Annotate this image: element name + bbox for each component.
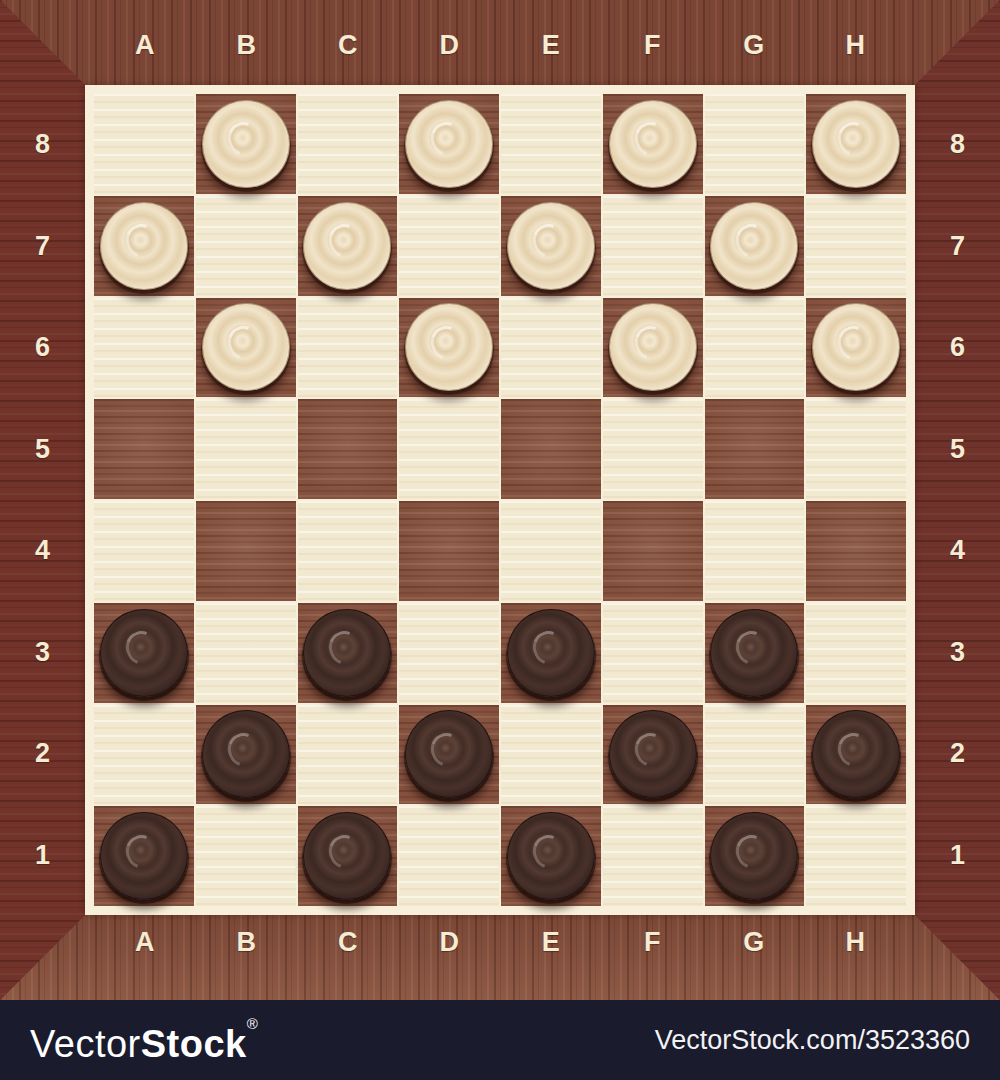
square-e8[interactable] [501, 94, 601, 194]
square-f8[interactable] [603, 94, 703, 194]
square-f5[interactable] [603, 399, 703, 499]
square-b5[interactable] [196, 399, 296, 499]
square-h4[interactable] [806, 501, 906, 601]
square-d8[interactable] [399, 94, 499, 194]
black-checker-f2[interactable] [609, 710, 697, 798]
square-c5[interactable] [298, 399, 398, 499]
square-e4[interactable] [501, 501, 601, 601]
file-label-top-c: C [297, 30, 399, 61]
board-grid [94, 94, 906, 906]
square-a2[interactable] [94, 705, 194, 805]
logo-suffix: Stock [141, 1023, 247, 1065]
square-g3[interactable] [705, 603, 805, 703]
white-checker-g7[interactable] [710, 202, 798, 290]
black-checker-a3[interactable] [100, 609, 188, 697]
square-a4[interactable] [94, 501, 194, 601]
square-e5[interactable] [501, 399, 601, 499]
square-a3[interactable] [94, 603, 194, 703]
rank-label-left-3: 3 [0, 602, 85, 704]
rank-label-right-4: 4 [915, 500, 1000, 602]
square-h3[interactable] [806, 603, 906, 703]
square-e7[interactable] [501, 196, 601, 296]
rank-label-right-8: 8 [915, 94, 1000, 196]
black-checker-b2[interactable] [202, 710, 290, 798]
watermark-bar: VectorStock® VectorStock.com/3523360 [0, 1000, 1000, 1080]
square-a7[interactable] [94, 196, 194, 296]
white-checker-a7[interactable] [100, 202, 188, 290]
board-border [85, 85, 915, 915]
rank-label-left-1: 1 [0, 805, 85, 907]
file-label-bottom-h: H [805, 927, 907, 958]
file-labels-top: ABCDEFGH [94, 30, 906, 61]
file-label-bottom-g: G [703, 927, 805, 958]
file-label-bottom-d: D [399, 927, 501, 958]
white-checker-h8[interactable] [812, 100, 900, 188]
square-b8[interactable] [196, 94, 296, 194]
square-g4[interactable] [705, 501, 805, 601]
square-c8[interactable] [298, 94, 398, 194]
black-checker-c3[interactable] [303, 609, 391, 697]
square-a5[interactable] [94, 399, 194, 499]
square-f7[interactable] [603, 196, 703, 296]
rank-label-left-8: 8 [0, 94, 85, 196]
file-label-bottom-a: A [94, 927, 196, 958]
rank-label-left-4: 4 [0, 500, 85, 602]
square-d2[interactable] [399, 705, 499, 805]
square-c7[interactable] [298, 196, 398, 296]
rank-label-right-1: 1 [915, 805, 1000, 907]
file-label-top-a: A [94, 30, 196, 61]
black-checker-h2[interactable] [812, 710, 900, 798]
file-label-top-g: G [703, 30, 805, 61]
rank-label-left-5: 5 [0, 399, 85, 501]
file-label-top-h: H [805, 30, 907, 61]
square-b2[interactable] [196, 705, 296, 805]
rank-label-right-2: 2 [915, 703, 1000, 805]
square-c1[interactable] [298, 806, 398, 906]
wooden-board: ABCDEFGH ABCDEFGH 87654321 87654321 [0, 0, 1000, 1000]
square-h7[interactable] [806, 196, 906, 296]
file-label-top-d: D [399, 30, 501, 61]
square-d3[interactable] [399, 603, 499, 703]
square-d4[interactable] [399, 501, 499, 601]
file-label-bottom-b: B [196, 927, 298, 958]
square-h1[interactable] [806, 806, 906, 906]
square-f6[interactable] [603, 298, 703, 398]
rank-labels-right: 87654321 [915, 94, 1000, 906]
logo-prefix: Vector [30, 1023, 141, 1065]
square-a8[interactable] [94, 94, 194, 194]
square-b6[interactable] [196, 298, 296, 398]
square-c4[interactable] [298, 501, 398, 601]
rank-label-left-6: 6 [0, 297, 85, 399]
square-d7[interactable] [399, 196, 499, 296]
black-checker-e3[interactable] [507, 609, 595, 697]
rank-label-left-2: 2 [0, 703, 85, 805]
black-checker-d2[interactable] [405, 710, 493, 798]
rank-label-right-6: 6 [915, 297, 1000, 399]
square-b4[interactable] [196, 501, 296, 601]
black-checker-g1[interactable] [710, 812, 798, 900]
square-g6[interactable] [705, 298, 805, 398]
square-c2[interactable] [298, 705, 398, 805]
square-f4[interactable] [603, 501, 703, 601]
rank-label-left-7: 7 [0, 196, 85, 298]
rank-label-right-5: 5 [915, 399, 1000, 501]
file-labels-bottom: ABCDEFGH [94, 927, 906, 958]
white-checker-b8[interactable] [202, 100, 290, 188]
black-checker-a1[interactable] [100, 812, 188, 900]
square-e6[interactable] [501, 298, 601, 398]
white-checker-f8[interactable] [609, 100, 697, 188]
rank-labels-left: 87654321 [0, 94, 85, 906]
rank-label-right-7: 7 [915, 196, 1000, 298]
black-checker-e1[interactable] [507, 812, 595, 900]
white-checker-h6[interactable] [812, 303, 900, 391]
square-e3[interactable] [501, 603, 601, 703]
square-h5[interactable] [806, 399, 906, 499]
square-e1[interactable] [501, 806, 601, 906]
file-label-top-e: E [500, 30, 602, 61]
square-d5[interactable] [399, 399, 499, 499]
square-b7[interactable] [196, 196, 296, 296]
file-label-top-f: F [602, 30, 704, 61]
watermark-url: VectorStock.com/3523360 [655, 1025, 970, 1056]
square-g1[interactable] [705, 806, 805, 906]
square-g2[interactable] [705, 705, 805, 805]
registered-mark-icon: ® [247, 1015, 259, 1032]
square-e2[interactable] [501, 705, 601, 805]
file-label-top-b: B [196, 30, 298, 61]
checkers-board-illustration: ABCDEFGH ABCDEFGH 87654321 87654321 Vect… [0, 0, 1000, 1080]
square-h2[interactable] [806, 705, 906, 805]
white-checker-f6[interactable] [609, 303, 697, 391]
white-checker-c7[interactable] [303, 202, 391, 290]
file-label-bottom-f: F [602, 927, 704, 958]
white-checker-d8[interactable] [405, 100, 493, 188]
black-checker-g3[interactable] [710, 609, 798, 697]
square-g8[interactable] [705, 94, 805, 194]
square-c3[interactable] [298, 603, 398, 703]
square-c6[interactable] [298, 298, 398, 398]
rank-label-right-3: 3 [915, 602, 1000, 704]
square-d6[interactable] [399, 298, 499, 398]
square-d1[interactable] [399, 806, 499, 906]
square-h8[interactable] [806, 94, 906, 194]
square-a1[interactable] [94, 806, 194, 906]
square-f1[interactable] [603, 806, 703, 906]
white-checker-b6[interactable] [202, 303, 290, 391]
square-f2[interactable] [603, 705, 703, 805]
file-label-bottom-e: E [500, 927, 602, 958]
square-a6[interactable] [94, 298, 194, 398]
square-h6[interactable] [806, 298, 906, 398]
square-g5[interactable] [705, 399, 805, 499]
square-f3[interactable] [603, 603, 703, 703]
square-b3[interactable] [196, 603, 296, 703]
white-checker-e7[interactable] [507, 202, 595, 290]
square-b1[interactable] [196, 806, 296, 906]
vectorstock-logo: VectorStock® [30, 1015, 258, 1066]
square-g7[interactable] [705, 196, 805, 296]
file-label-bottom-c: C [297, 927, 399, 958]
black-checker-c1[interactable] [303, 812, 391, 900]
white-checker-d6[interactable] [405, 303, 493, 391]
